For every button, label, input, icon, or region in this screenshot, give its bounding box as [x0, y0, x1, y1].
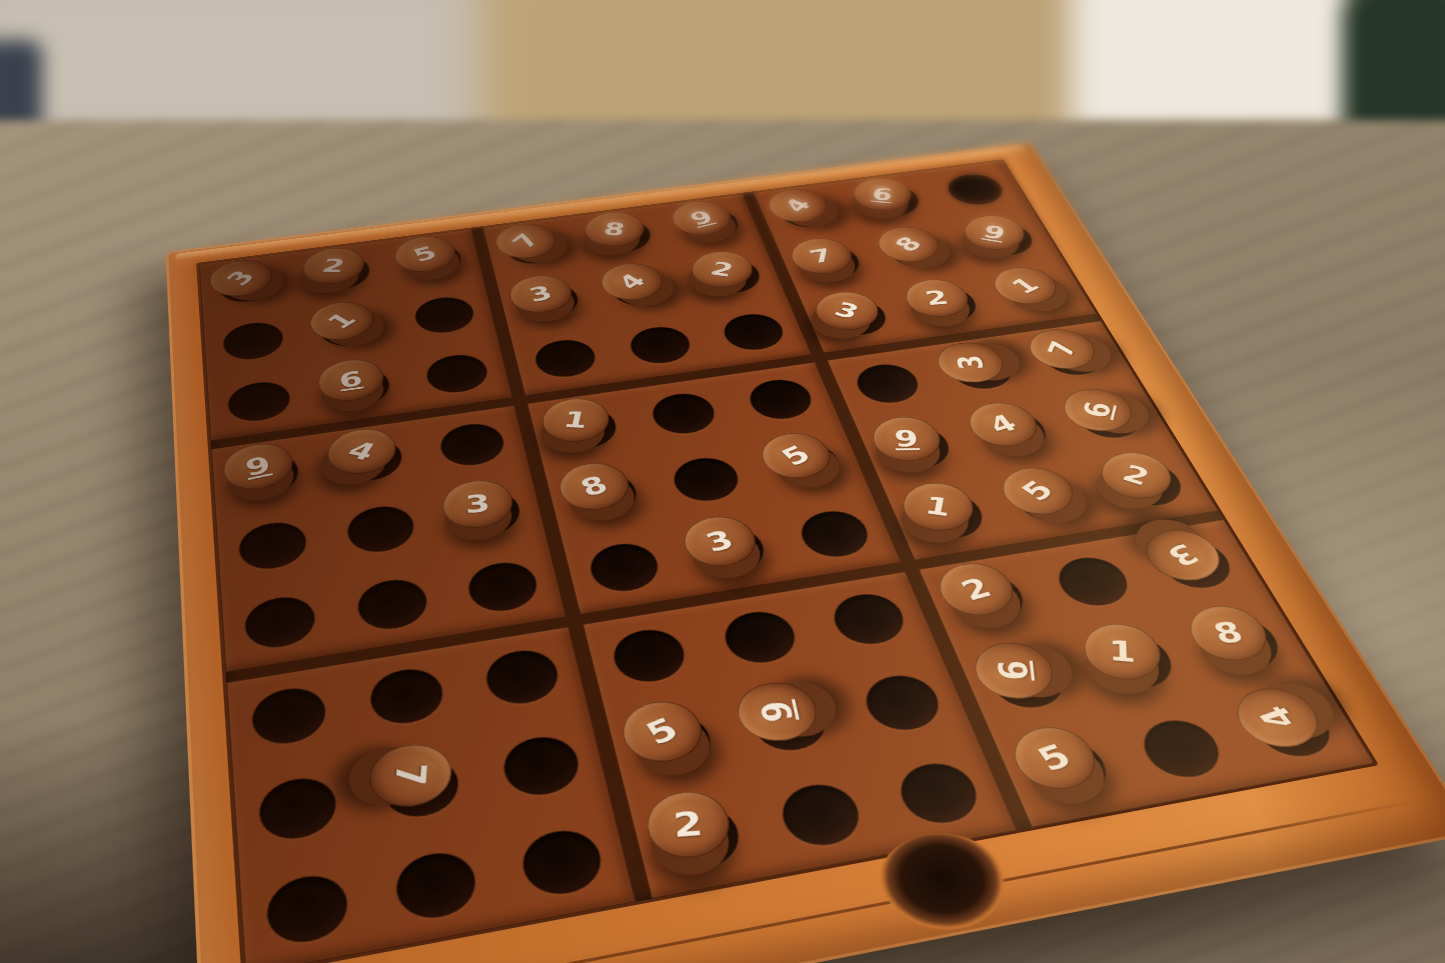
hole: [345, 503, 416, 556]
hole: [393, 848, 479, 924]
hole: [609, 626, 690, 687]
peg-digit: 4: [984, 411, 1022, 437]
cell-r6c1[interactable]: [220, 575, 341, 673]
hole: [1050, 554, 1136, 610]
hole: [223, 320, 285, 363]
peg-digit: 6: [1079, 399, 1117, 420]
peg-digit: 2: [708, 259, 737, 280]
peg-digit: 4: [780, 196, 816, 216]
hole: [227, 379, 291, 425]
hole: [892, 759, 985, 829]
peg-digit: 8: [576, 472, 612, 500]
hole: [258, 773, 338, 844]
peg-digit: 3: [831, 299, 863, 322]
peg-digit: 5: [1032, 739, 1077, 776]
peg-digit: 1: [323, 310, 362, 333]
peg-digit: 1: [1006, 274, 1044, 297]
peg-digit: 7: [1043, 339, 1081, 359]
block-7: 7: [226, 627, 636, 963]
cell-r3c1[interactable]: [206, 364, 313, 441]
hole: [648, 390, 720, 437]
hole: [669, 455, 744, 505]
cell-r9c2[interactable]: [365, 824, 508, 951]
background-dark-object: [0, 40, 42, 225]
peg-digit: 8: [1209, 618, 1247, 648]
background-green-object: [1342, 0, 1445, 195]
hole: [465, 559, 541, 616]
hole: [1134, 716, 1230, 783]
hole: [719, 608, 802, 668]
peg-digit: 3: [222, 268, 260, 289]
block-4: 943: [211, 405, 567, 673]
cell-r3c6[interactable]: [696, 297, 812, 368]
hole: [851, 361, 925, 406]
hole: [424, 352, 490, 397]
cell-r9c3[interactable]: [490, 802, 636, 926]
hole: [532, 337, 599, 381]
peg-r1c4-digit-7[interactable]: 7: [483, 217, 568, 265]
sudoku-box: 3251678934246789321943185337946152759223…: [166, 142, 1445, 963]
peg-digit: 2: [1119, 461, 1154, 489]
hole: [438, 421, 507, 469]
peg-digit: 1: [561, 408, 589, 431]
peg-digit: 6: [871, 185, 894, 203]
hole: [483, 647, 563, 709]
peg-digit: 3: [526, 283, 555, 305]
peg-digit: 7: [507, 231, 544, 251]
hole: [265, 871, 349, 949]
hole: [244, 593, 317, 652]
peg-digit: 9: [686, 208, 717, 228]
scene: 3251678934246789321943185337946152759223…: [0, 0, 1445, 963]
hole: [413, 295, 477, 337]
peg-digit: 9: [893, 428, 920, 451]
hole: [719, 311, 788, 353]
peg-digit: 5: [410, 243, 441, 264]
cell-r3c3[interactable]: [402, 337, 512, 411]
peg-digit: 1: [923, 493, 952, 520]
peg-digit: 4: [613, 271, 651, 293]
hole: [368, 665, 446, 728]
peg-digit: 9: [755, 699, 799, 724]
block-3: 46789321: [753, 161, 1096, 353]
hole: [251, 684, 327, 749]
peg-digit: 5: [641, 713, 684, 750]
peg-r1c1-digit-3[interactable]: 3: [197, 254, 285, 304]
hole: [795, 508, 875, 562]
hole: [942, 172, 1009, 207]
hole: [775, 780, 866, 851]
hole: [586, 540, 663, 596]
peg-r8c8-digit-1[interactable]: 1: [1084, 621, 1162, 683]
hole: [500, 732, 583, 800]
peg-r8c7-digit-6[interactable]: 6: [973, 642, 1056, 700]
peg-digit: 3: [1161, 540, 1204, 571]
peg-digit: 3: [952, 355, 988, 370]
peg-digit: 2: [923, 288, 951, 308]
peg-digit: 9: [243, 453, 273, 480]
cell-r3c2[interactable]: 6: [305, 351, 414, 427]
peg-digit: 2: [672, 807, 704, 842]
peg-digit: 2: [956, 574, 996, 605]
background-bright-patch: [1070, 0, 1445, 140]
peg-digit: 3: [464, 491, 491, 517]
cell-r6c3[interactable]: [441, 541, 567, 635]
peg-digit: 1: [1108, 636, 1136, 666]
hole: [518, 825, 606, 899]
hole: [858, 671, 946, 735]
hole: [744, 376, 817, 422]
peg-digit: 5: [1016, 477, 1059, 506]
hole: [827, 590, 911, 649]
cell-r3c4[interactable]: [510, 323, 622, 396]
block-2: 789342: [482, 194, 812, 396]
peg-digit: 2: [320, 257, 347, 276]
peg-digit: 7: [389, 763, 432, 787]
hole: [356, 576, 430, 634]
peg-digit: 7: [807, 246, 837, 267]
cell-r6c2[interactable]: [331, 557, 455, 653]
hole: [238, 519, 308, 573]
peg-digit: 3: [702, 527, 738, 556]
block-1: 32516: [199, 229, 513, 441]
peg-digit: 4: [1252, 702, 1302, 733]
peg-digit: 9: [981, 223, 1008, 243]
peg-digit: 4: [343, 438, 380, 464]
peg-digit: 8: [602, 220, 627, 238]
peg-digit: 6: [338, 368, 364, 392]
peg-digit: 6: [993, 660, 1034, 681]
peg-digit: 8: [890, 234, 927, 255]
peg-digit: 5: [776, 442, 816, 470]
hole: [626, 324, 694, 367]
